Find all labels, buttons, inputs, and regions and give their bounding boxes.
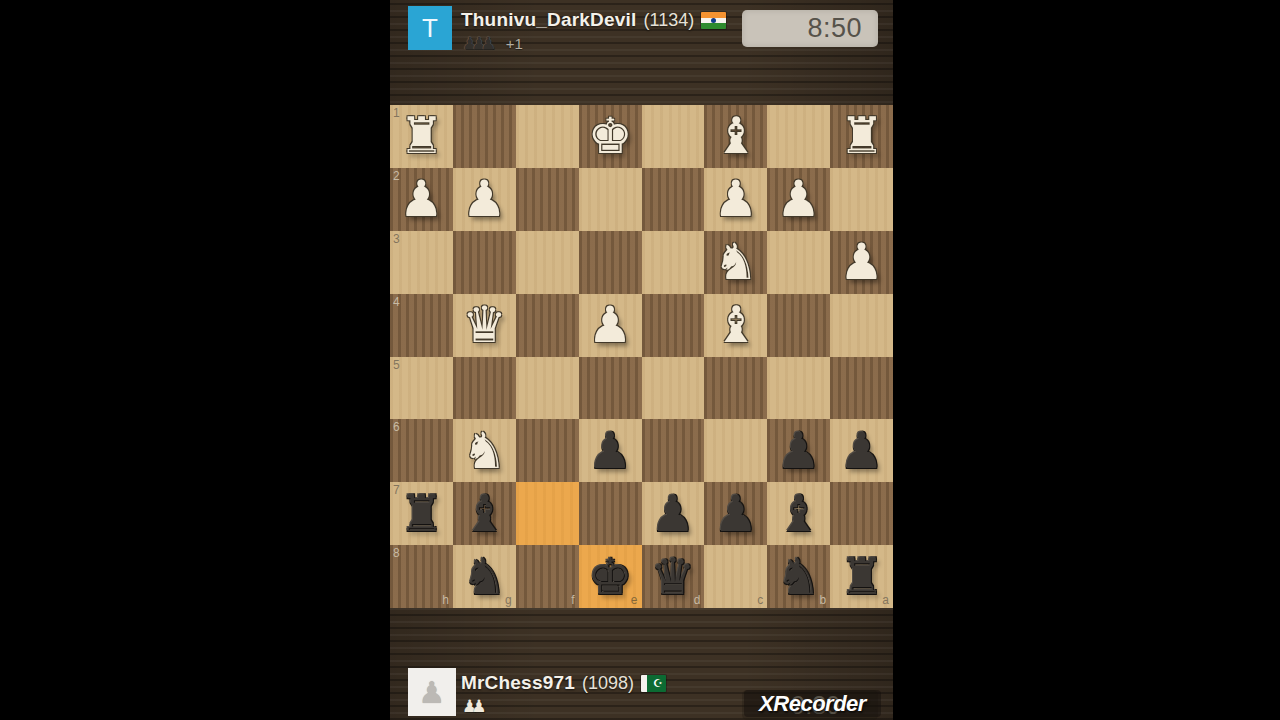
file-label-g: g: [505, 593, 512, 607]
rank-label-8: 8: [393, 546, 400, 560]
square-b2[interactable]: ♟: [767, 168, 830, 231]
square-h1[interactable]: 1♜: [390, 105, 453, 168]
white-bishop-c1: ♝: [704, 105, 767, 168]
pawn-icon: ♟: [419, 675, 446, 710]
white-pawn-a3: ♟: [830, 231, 893, 294]
bottom-player-rating: (1098): [582, 673, 634, 694]
square-c3[interactable]: ♞: [704, 231, 767, 294]
square-b1[interactable]: [767, 105, 830, 168]
square-g8[interactable]: g♞: [453, 545, 516, 608]
white-king-e1: ♚: [579, 105, 642, 168]
black-pawn-d7: ♟: [642, 482, 705, 545]
bottom-captured-pieces: ♟♟: [462, 696, 481, 716]
square-a5[interactable]: [830, 357, 893, 420]
top-player-name: Thunivu_DarkDevil: [461, 9, 637, 31]
captured-black-pawns: ♟♟♟: [462, 33, 490, 53]
white-rook-a1: ♜: [830, 105, 893, 168]
top-player-avatar[interactable]: T: [408, 6, 452, 50]
material-advantage: +1: [506, 35, 523, 52]
black-bishop-b7: ♝: [767, 482, 830, 545]
black-pawn-b6: ♟: [767, 419, 830, 482]
square-c4[interactable]: ♝: [704, 294, 767, 357]
square-f1[interactable]: [516, 105, 579, 168]
square-e7[interactable]: [579, 482, 642, 545]
square-h4[interactable]: 4: [390, 294, 453, 357]
square-b5[interactable]: [767, 357, 830, 420]
square-h7[interactable]: 7♜: [390, 482, 453, 545]
square-a4[interactable]: [830, 294, 893, 357]
square-f4[interactable]: [516, 294, 579, 357]
square-a1[interactable]: ♜: [830, 105, 893, 168]
screen: T Thunivu_DarkDevil (1134) ♟♟♟ +1 8:50 1…: [0, 0, 1280, 720]
square-e2[interactable]: [579, 168, 642, 231]
square-d1[interactable]: [642, 105, 705, 168]
black-pawn-a6: ♟: [830, 419, 893, 482]
bottom-player-avatar[interactable]: ♟: [408, 668, 456, 716]
top-captured-pieces: ♟♟♟ +1: [462, 33, 523, 53]
square-g7[interactable]: ♝: [453, 482, 516, 545]
rank-label-7: 7: [393, 483, 400, 497]
white-bishop-c4: ♝: [704, 294, 767, 357]
square-e4[interactable]: ♟: [579, 294, 642, 357]
square-h5[interactable]: 5: [390, 357, 453, 420]
top-clock-time: 8:50: [807, 13, 878, 44]
square-b6[interactable]: ♟: [767, 419, 830, 482]
square-e8[interactable]: e♚: [579, 545, 642, 608]
square-f6[interactable]: [516, 419, 579, 482]
square-e5[interactable]: [579, 357, 642, 420]
xrecorder-watermark: XRecorder: [744, 690, 881, 717]
square-d5[interactable]: [642, 357, 705, 420]
square-b8[interactable]: b♞: [767, 545, 830, 608]
square-h2[interactable]: 2♟: [390, 168, 453, 231]
white-knight-g6: ♞: [453, 419, 516, 482]
captured-pawn-icon: ♟: [481, 33, 496, 53]
file-label-h: h: [442, 593, 449, 607]
square-c1[interactable]: ♝: [704, 105, 767, 168]
rank-label-3: 3: [393, 232, 400, 246]
square-c8[interactable]: c: [704, 545, 767, 608]
white-queen-g4: ♛: [453, 294, 516, 357]
square-b3[interactable]: [767, 231, 830, 294]
square-g1[interactable]: [453, 105, 516, 168]
white-pawn-g2: ♟: [453, 168, 516, 231]
square-a3[interactable]: ♟: [830, 231, 893, 294]
file-label-a: a: [882, 593, 889, 607]
square-f7[interactable]: [516, 482, 579, 545]
chess-board: 1♜♚♝♜2♟♟♟♟3♞♟4♛♟♝56♞♟♟♟7♜♝♟♟♝8hg♞fe♚d♛cb…: [390, 105, 893, 608]
top-player-rating: (1134): [644, 10, 695, 31]
file-label-d: d: [694, 593, 701, 607]
chess-app-screen: T Thunivu_DarkDevil (1134) ♟♟♟ +1 8:50 1…: [390, 0, 893, 720]
square-g3[interactable]: [453, 231, 516, 294]
top-player-clock: 8:50: [742, 10, 878, 47]
captured-pawn-icon: ♟: [471, 696, 486, 716]
rank-label-2: 2: [393, 169, 400, 183]
bottom-player-name-row[interactable]: MrChess971 (1098): [461, 672, 666, 694]
file-label-f: f: [571, 593, 574, 607]
square-d6[interactable]: [642, 419, 705, 482]
square-h3[interactable]: 3: [390, 231, 453, 294]
square-f2[interactable]: [516, 168, 579, 231]
file-label-e: e: [631, 593, 638, 607]
rank-label-5: 5: [393, 358, 400, 372]
square-h8[interactable]: 8h: [390, 545, 453, 608]
square-c5[interactable]: [704, 357, 767, 420]
white-pawn-e4: ♟: [579, 294, 642, 357]
square-c6[interactable]: [704, 419, 767, 482]
square-g4[interactable]: ♛: [453, 294, 516, 357]
rank-label-6: 6: [393, 420, 400, 434]
square-d3[interactable]: [642, 231, 705, 294]
square-a7[interactable]: [830, 482, 893, 545]
square-g2[interactable]: ♟: [453, 168, 516, 231]
black-pawn-e6: ♟: [579, 419, 642, 482]
file-label-c: c: [757, 593, 763, 607]
square-b4[interactable]: [767, 294, 830, 357]
file-label-b: b: [819, 593, 826, 607]
white-knight-c3: ♞: [704, 231, 767, 294]
square-f5[interactable]: [516, 357, 579, 420]
square-g6[interactable]: ♞: [453, 419, 516, 482]
square-f8[interactable]: f: [516, 545, 579, 608]
square-a8[interactable]: a♜: [830, 545, 893, 608]
square-c2[interactable]: ♟: [704, 168, 767, 231]
white-pawn-c2: ♟: [704, 168, 767, 231]
square-c7[interactable]: ♟: [704, 482, 767, 545]
square-e1[interactable]: ♚: [579, 105, 642, 168]
pakistan-flag-icon: [641, 675, 666, 692]
square-d7[interactable]: ♟: [642, 482, 705, 545]
square-a6[interactable]: ♟: [830, 419, 893, 482]
black-pawn-c7: ♟: [704, 482, 767, 545]
square-b7[interactable]: ♝: [767, 482, 830, 545]
captured-white-pawns: ♟♟: [462, 696, 481, 716]
xrecorder-watermark-text: XRecorder: [759, 691, 866, 717]
white-pawn-b2: ♟: [767, 168, 830, 231]
square-e3[interactable]: [579, 231, 642, 294]
square-d2[interactable]: [642, 168, 705, 231]
rank-label-4: 4: [393, 295, 400, 309]
top-player-name-row[interactable]: Thunivu_DarkDevil (1134): [461, 9, 726, 31]
square-f3[interactable]: [516, 231, 579, 294]
black-bishop-g7: ♝: [453, 482, 516, 545]
india-flag-icon: [701, 12, 726, 29]
square-h6[interactable]: 6: [390, 419, 453, 482]
square-a2[interactable]: [830, 168, 893, 231]
square-d4[interactable]: [642, 294, 705, 357]
rank-label-1: 1: [393, 106, 400, 120]
square-d8[interactable]: d♛: [642, 545, 705, 608]
bottom-player-name: MrChess971: [461, 672, 575, 694]
square-g5[interactable]: [453, 357, 516, 420]
square-e6[interactable]: ♟: [579, 419, 642, 482]
